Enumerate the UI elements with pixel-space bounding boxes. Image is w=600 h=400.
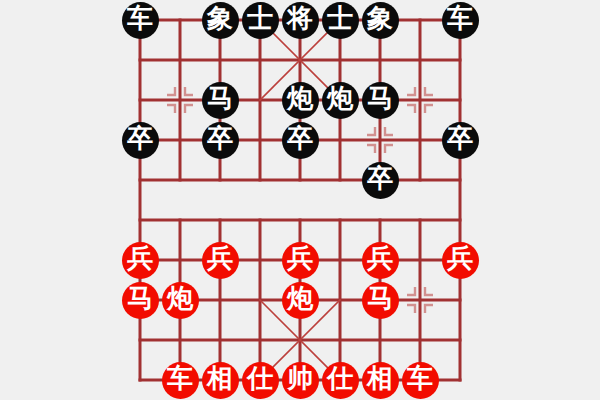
piece-black-soldier[interactable]: 卒: [362, 162, 399, 199]
piece-black-advisor[interactable]: 士: [322, 2, 359, 39]
piece-red-soldier[interactable]: 兵: [122, 242, 159, 279]
piece-red-general[interactable]: 帅: [282, 362, 319, 399]
piece-black-elephant[interactable]: 象: [362, 2, 399, 39]
piece-black-horse[interactable]: 马: [362, 82, 399, 119]
piece-red-elephant[interactable]: 相: [362, 362, 399, 399]
piece-red-cannon[interactable]: 炮: [162, 282, 199, 319]
piece-black-horse[interactable]: 马: [202, 82, 239, 119]
piece-red-elephant[interactable]: 相: [202, 362, 239, 399]
piece-red-chariot[interactable]: 车: [162, 362, 199, 399]
piece-red-chariot[interactable]: 车: [402, 362, 439, 399]
piece-red-horse[interactable]: 马: [362, 282, 399, 319]
piece-black-soldier[interactable]: 卒: [442, 122, 479, 159]
piece-red-horse[interactable]: 马: [122, 282, 159, 319]
piece-red-advisor[interactable]: 仕: [322, 362, 359, 399]
piece-black-cannon[interactable]: 炮: [282, 82, 319, 119]
piece-black-chariot[interactable]: 车: [122, 2, 159, 39]
piece-red-soldier[interactable]: 兵: [442, 242, 479, 279]
xiangqi-board: 车象士将士象车马炮炮马卒卒卒卒卒兵兵兵兵兵马炮炮马车相仕帅仕相车: [0, 0, 600, 400]
pieces-grid: 车象士将士象车马炮炮马卒卒卒卒卒兵兵兵兵兵马炮炮马车相仕帅仕相车: [120, 0, 480, 400]
piece-red-advisor[interactable]: 仕: [242, 362, 279, 399]
piece-black-soldier[interactable]: 卒: [202, 122, 239, 159]
piece-red-soldier[interactable]: 兵: [282, 242, 319, 279]
piece-black-soldier[interactable]: 卒: [122, 122, 159, 159]
piece-black-cannon[interactable]: 炮: [322, 82, 359, 119]
piece-black-soldier[interactable]: 卒: [282, 122, 319, 159]
piece-red-soldier[interactable]: 兵: [202, 242, 239, 279]
piece-black-advisor[interactable]: 士: [242, 2, 279, 39]
piece-red-cannon[interactable]: 炮: [282, 282, 319, 319]
piece-black-general[interactable]: 将: [282, 2, 319, 39]
piece-black-chariot[interactable]: 车: [442, 2, 479, 39]
piece-black-elephant[interactable]: 象: [202, 2, 239, 39]
piece-red-soldier[interactable]: 兵: [362, 242, 399, 279]
